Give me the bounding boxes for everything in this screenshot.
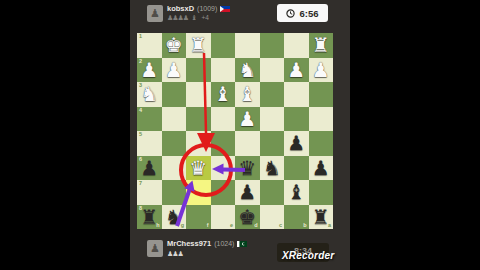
square-h8[interactable]: 8h♜ — [137, 205, 162, 230]
square-h7[interactable]: 7 — [137, 180, 162, 205]
square-e4[interactable] — [211, 107, 236, 132]
top-player-captured-tray: ♟♟♟♟ ♝ +4 — [167, 15, 209, 22]
square-d5[interactable] — [235, 131, 260, 156]
avatar-pawn-icon: ♟ — [150, 8, 160, 19]
file-label: f — [207, 223, 209, 229]
chess-board[interactable]: 1♚♜♜2♟♟♞♟♟3♞♝♝4♟5♟6♟♛♛♞♟7♟♝8h♜g♞fed♚cba♜ — [137, 33, 333, 229]
captured-black-bishop-icon: ♝ — [191, 15, 196, 22]
black-knight-piece[interactable]: ♞ — [263, 156, 281, 181]
white-bishop-piece[interactable]: ♝ — [238, 82, 256, 107]
square-c4[interactable] — [260, 107, 285, 132]
white-pawn-piece[interactable]: ♟ — [287, 58, 305, 83]
square-b8[interactable]: b — [284, 205, 309, 230]
square-b1[interactable] — [284, 33, 309, 58]
square-a6[interactable]: ♟ — [309, 156, 334, 181]
square-c7[interactable] — [260, 180, 285, 205]
square-h4[interactable]: 4 — [137, 107, 162, 132]
square-b3[interactable] — [284, 82, 309, 107]
square-h6[interactable]: 6♟ — [137, 156, 162, 181]
square-g4[interactable] — [162, 107, 187, 132]
chess-app-window: ♟ kobsxD (1009) ♟♟♟♟ ♝ +4 6:56 1♚♜♜2♟♟♞♟… — [130, 0, 350, 270]
square-c2[interactable] — [260, 58, 285, 83]
square-a4[interactable] — [309, 107, 334, 132]
square-g5[interactable] — [162, 131, 187, 156]
philippines-flag-icon — [220, 6, 230, 12]
black-pawn-piece[interactable]: ♟ — [238, 180, 256, 205]
square-h5[interactable]: 5 — [137, 131, 162, 156]
square-a2[interactable]: ♟ — [309, 58, 334, 83]
square-c1[interactable] — [260, 33, 285, 58]
square-d3[interactable]: ♝ — [235, 82, 260, 107]
top-player-rating: (1009) — [197, 5, 217, 12]
square-d8[interactable]: d♚ — [235, 205, 260, 230]
top-player-clock: 6:56 — [277, 4, 328, 22]
white-king-piece[interactable]: ♚ — [165, 33, 183, 58]
avatar-pawn-icon: ♟ — [150, 243, 160, 254]
white-knight-piece[interactable]: ♞ — [140, 82, 158, 107]
rank-label: 4 — [139, 108, 142, 114]
square-c6[interactable]: ♞ — [260, 156, 285, 181]
square-g2[interactable]: ♟ — [162, 58, 187, 83]
file-label: d — [254, 223, 257, 229]
square-e6[interactable] — [211, 156, 236, 181]
square-c8[interactable]: c — [260, 205, 285, 230]
square-f6[interactable]: ♛ — [186, 156, 211, 181]
black-pawn-piece[interactable]: ♟ — [140, 156, 158, 181]
pakistan-flag-icon — [237, 241, 247, 247]
white-queen-piece[interactable]: ♛ — [189, 156, 207, 181]
square-e5[interactable] — [211, 131, 236, 156]
square-a1[interactable]: ♜ — [309, 33, 334, 58]
top-player-avatar[interactable]: ♟ — [147, 5, 163, 22]
rank-label: 8 — [139, 206, 142, 212]
square-d4[interactable]: ♟ — [235, 107, 260, 132]
square-f3[interactable] — [186, 82, 211, 107]
square-d2[interactable]: ♞ — [235, 58, 260, 83]
bottom-player-name: MrChess971 — [167, 239, 211, 248]
rank-label: 7 — [139, 181, 142, 187]
square-g6[interactable] — [162, 156, 187, 181]
top-clock-time: 6:56 — [299, 8, 318, 19]
rank-label: 1 — [139, 34, 142, 40]
square-h2[interactable]: 2♟ — [137, 58, 162, 83]
square-f8[interactable]: f — [186, 205, 211, 230]
white-rook-piece[interactable]: ♜ — [189, 33, 207, 58]
material-advantage: +4 — [201, 15, 208, 22]
rank-label: 3 — [139, 83, 142, 89]
square-d6[interactable]: ♛ — [235, 156, 260, 181]
bottom-player-avatar[interactable]: ♟ — [147, 240, 163, 257]
square-h3[interactable]: 3♞ — [137, 82, 162, 107]
square-a7[interactable] — [309, 180, 334, 205]
white-pawn-piece[interactable]: ♟ — [165, 58, 183, 83]
clock-icon — [286, 9, 295, 18]
square-a3[interactable] — [309, 82, 334, 107]
square-g1[interactable]: ♚ — [162, 33, 187, 58]
square-b6[interactable] — [284, 156, 309, 181]
xrecorder-watermark: XRecorder — [282, 250, 334, 261]
white-pawn-piece[interactable]: ♟ — [140, 58, 158, 83]
square-d7[interactable]: ♟ — [235, 180, 260, 205]
square-f4[interactable] — [186, 107, 211, 132]
square-h1[interactable]: 1 — [137, 33, 162, 58]
square-b2[interactable]: ♟ — [284, 58, 309, 83]
square-g8[interactable]: g♞ — [162, 205, 187, 230]
captured-white-pawns-icons: ♟♟♟ — [167, 251, 183, 258]
square-e7[interactable] — [211, 180, 236, 205]
square-f2[interactable] — [186, 58, 211, 83]
file-label: g — [181, 223, 184, 229]
square-c3[interactable] — [260, 82, 285, 107]
square-a8[interactable]: a♜ — [309, 205, 334, 230]
file-label: a — [328, 223, 331, 229]
file-label: b — [303, 223, 306, 229]
top-player-name: kobsxD — [167, 4, 194, 13]
square-d1[interactable] — [235, 33, 260, 58]
black-bishop-piece[interactable]: ♝ — [287, 180, 305, 205]
white-pawn-piece[interactable]: ♟ — [312, 58, 330, 83]
square-b7[interactable]: ♝ — [284, 180, 309, 205]
square-b5[interactable]: ♟ — [284, 131, 309, 156]
captured-black-pawns-icons: ♟♟♟♟ — [167, 15, 188, 22]
square-g3[interactable] — [162, 82, 187, 107]
square-e2[interactable] — [211, 58, 236, 83]
rank-label: 2 — [139, 59, 142, 65]
square-e8[interactable]: e — [211, 205, 236, 230]
bottom-player-captured-tray: ♟♟♟ — [167, 251, 183, 258]
square-e1[interactable] — [211, 33, 236, 58]
square-c5[interactable] — [260, 131, 285, 156]
square-f7[interactable] — [186, 180, 211, 205]
rank-label: 5 — [139, 132, 142, 138]
file-label: h — [156, 223, 159, 229]
square-e3[interactable]: ♝ — [211, 82, 236, 107]
white-bishop-piece[interactable]: ♝ — [214, 82, 232, 107]
black-pawn-piece[interactable]: ♟ — [312, 156, 330, 181]
white-rook-piece[interactable]: ♜ — [312, 33, 330, 58]
square-g7[interactable] — [162, 180, 187, 205]
white-pawn-piece[interactable]: ♟ — [238, 107, 256, 132]
bottom-player-rating: (1024) — [214, 240, 234, 247]
file-label: c — [279, 223, 282, 229]
square-a5[interactable] — [309, 131, 334, 156]
square-f5[interactable] — [186, 131, 211, 156]
black-queen-piece[interactable]: ♛ — [238, 156, 256, 181]
rank-label: 6 — [139, 157, 142, 163]
file-label: e — [230, 223, 233, 229]
square-b4[interactable] — [284, 107, 309, 132]
white-knight-piece[interactable]: ♞ — [238, 58, 256, 83]
black-pawn-piece[interactable]: ♟ — [287, 131, 305, 156]
square-f1[interactable]: ♜ — [186, 33, 211, 58]
